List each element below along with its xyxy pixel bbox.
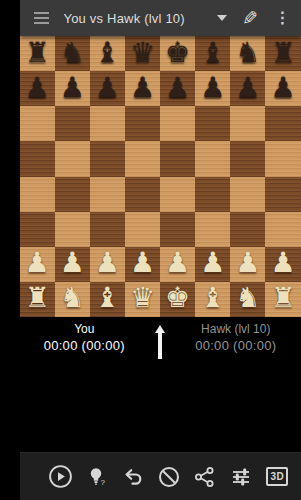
square-b1[interactable]: ♞ [55,282,90,317]
square-f4[interactable] [195,177,230,212]
square-f2[interactable]: ♟ [195,247,230,282]
square-h4[interactable] [265,177,300,212]
square-f8[interactable]: ♝ [195,36,230,71]
black-player-clock: Hawk (lvl 10) 00:00 (00:00) [171,322,301,353]
square-g1[interactable]: ♞ [230,282,265,317]
square-b5[interactable] [55,141,90,176]
black-pawn[interactable]: ♟ [25,74,50,102]
white-pawn[interactable]: ♟ [25,249,50,277]
square-h3[interactable] [265,212,300,247]
share-button[interactable] [192,464,218,490]
black-rook[interactable]: ♜ [270,39,295,67]
square-b3[interactable] [55,212,90,247]
square-g3[interactable] [230,212,265,247]
black-pawn[interactable]: ♟ [165,74,190,102]
square-e1[interactable]: ♚ [160,282,195,317]
square-c6[interactable] [90,106,125,141]
white-player-time: 00:00 (00:00) [20,338,150,353]
white-pawn[interactable]: ♟ [270,249,295,277]
black-pawn[interactable]: ♟ [270,74,295,102]
square-d5[interactable] [125,141,160,176]
kebab-menu-icon[interactable]: ⋮ [275,10,291,26]
up-arrow-icon [154,324,166,360]
tune-settings-button[interactable] [228,464,254,490]
white-pawn[interactable]: ♟ [95,249,120,277]
square-e2[interactable]: ♟ [160,247,195,282]
black-player-time: 00:00 (00:00) [171,338,301,353]
square-a5[interactable] [20,141,55,176]
square-a3[interactable] [20,212,55,247]
square-c8[interactable]: ♝ [90,36,125,71]
chess-app-screen: You vs Hawk (lvl 10) ✎ ⋮ ♜♞♝♛♚♝♞♜♟♟♟♟♟♟♟… [20,0,301,500]
square-a2[interactable]: ♟ [20,247,55,282]
square-h1[interactable]: ♜ [265,282,300,317]
square-c3[interactable] [90,212,125,247]
square-b8[interactable]: ♞ [55,36,90,71]
white-king[interactable]: ♚ [165,284,190,312]
white-rook[interactable]: ♜ [270,284,295,312]
black-bishop[interactable]: ♝ [95,39,120,67]
square-g8[interactable]: ♞ [230,36,265,71]
white-knight[interactable]: ♞ [60,284,85,312]
square-d8[interactable]: ♛ [125,36,160,71]
black-knight[interactable]: ♞ [60,39,85,67]
white-bishop[interactable]: ♝ [95,284,120,312]
hamburger-menu-icon[interactable] [30,6,54,30]
view-3d-label: 3D [266,467,288,486]
top-app-bar: You vs Hawk (lvl 10) ✎ ⋮ [20,0,301,36]
white-knight[interactable]: ♞ [235,284,260,312]
square-h2[interactable]: ♟ [265,247,300,282]
square-g7[interactable]: ♟ [230,71,265,106]
square-e6[interactable] [160,106,195,141]
black-pawn[interactable]: ♟ [235,74,260,102]
white-queen[interactable]: ♛ [130,284,155,312]
white-pawn[interactable]: ♟ [60,249,85,277]
undo-button[interactable] [120,464,146,490]
black-rook[interactable]: ♜ [25,39,50,67]
square-f6[interactable] [195,106,230,141]
square-b2[interactable]: ♟ [55,247,90,282]
square-g5[interactable] [230,141,265,176]
black-pawn[interactable]: ♟ [95,74,120,102]
white-bishop[interactable]: ♝ [200,284,225,312]
square-a4[interactable] [20,177,55,212]
square-c7[interactable]: ♟ [90,71,125,106]
square-h6[interactable] [265,106,300,141]
square-f7[interactable]: ♟ [195,71,230,106]
square-d7[interactable]: ♟ [125,71,160,106]
black-pawn[interactable]: ♟ [200,74,225,102]
clock-bar: You 00:00 (00:00) Hawk (lvl 10) 00:00 (0… [20,317,301,365]
white-player-name: You [20,322,150,336]
black-pawn[interactable]: ♟ [130,74,155,102]
square-f3[interactable] [195,212,230,247]
svg-text:?: ? [100,478,105,487]
square-g6[interactable] [230,106,265,141]
square-h5[interactable] [265,141,300,176]
black-player-name: Hawk (lvl 10) [171,322,301,336]
turn-indicator [149,322,171,360]
square-e8[interactable]: ♚ [160,36,195,71]
square-b4[interactable] [55,177,90,212]
square-f5[interactable] [195,141,230,176]
black-pawn[interactable]: ♟ [60,74,85,102]
square-a8[interactable]: ♜ [20,36,55,71]
black-king[interactable]: ♚ [165,39,190,67]
square-e4[interactable] [160,177,195,212]
square-d4[interactable] [125,177,160,212]
square-a7[interactable]: ♟ [20,71,55,106]
square-h8[interactable]: ♜ [265,36,300,71]
square-a6[interactable] [20,106,55,141]
square-b6[interactable] [55,106,90,141]
square-d6[interactable] [125,106,160,141]
square-a1[interactable]: ♜ [20,282,55,317]
square-e5[interactable] [160,141,195,176]
chess-board[interactable]: ♜♞♝♛♚♝♞♜♟♟♟♟♟♟♟♟♟♟♟♟♟♟♟♟♜♞♝♛♚♝♞♜ [20,36,301,317]
white-rook[interactable]: ♜ [25,284,50,312]
play-button[interactable] [48,464,74,490]
square-g4[interactable] [230,177,265,212]
square-d2[interactable]: ♟ [125,247,160,282]
square-g2[interactable]: ♟ [230,247,265,282]
game-title[interactable]: You vs Hawk (lvl 10) [64,11,211,26]
hint-lightbulb-icon[interactable]: ? [84,464,110,490]
view-3d-button[interactable]: 3D [264,464,290,490]
square-f1[interactable]: ♝ [195,282,230,317]
square-c2[interactable]: ♟ [90,247,125,282]
square-e7[interactable]: ♟ [160,71,195,106]
empty-area [20,365,301,452]
dropdown-caret-icon[interactable] [217,15,227,21]
white-player-clock: You 00:00 (00:00) [20,322,150,353]
block-button[interactable] [156,464,182,490]
square-h7[interactable]: ♟ [265,71,300,106]
square-e3[interactable] [160,212,195,247]
square-c4[interactable] [90,177,125,212]
square-b7[interactable]: ♟ [55,71,90,106]
square-d1[interactable]: ♛ [125,282,160,317]
black-bishop[interactable]: ♝ [200,39,225,67]
white-pawn[interactable]: ♟ [235,249,260,277]
square-c1[interactable]: ♝ [90,282,125,317]
white-pawn[interactable]: ♟ [130,249,155,277]
black-knight[interactable]: ♞ [235,39,260,67]
white-pawn[interactable]: ♟ [200,249,225,277]
square-c5[interactable] [90,141,125,176]
square-d3[interactable] [125,212,160,247]
white-pawn[interactable]: ♟ [165,249,190,277]
bottom-toolbar: ? [20,452,301,500]
pencil-edit-icon[interactable]: ✎ [242,9,258,28]
black-queen[interactable]: ♛ [130,39,155,67]
